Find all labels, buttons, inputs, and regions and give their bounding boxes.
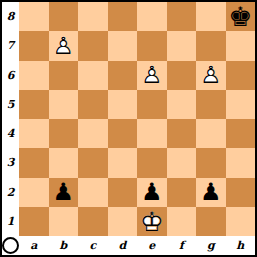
square-c4[interactable]	[78, 119, 108, 148]
black-pawn: ♟	[196, 178, 226, 207]
file-label-b: b	[49, 236, 79, 255]
rank-labels: 87654321	[2, 2, 19, 236]
square-e3[interactable]	[137, 148, 167, 177]
square-a2[interactable]	[19, 178, 49, 207]
square-f2[interactable]	[167, 178, 197, 207]
square-d8[interactable]	[108, 2, 138, 31]
rank-label-8: 8	[2, 2, 19, 31]
square-c7[interactable]	[78, 31, 108, 60]
white-pawn-fill: ♟	[137, 61, 167, 90]
square-h2[interactable]	[226, 178, 256, 207]
turn-indicator-cell	[2, 236, 19, 255]
square-f6[interactable]	[167, 61, 197, 90]
chess-board: ♚♟♙♟♙♟♙♟♟♟♚♔	[19, 2, 255, 236]
square-g5[interactable]	[196, 90, 226, 119]
file-label-a: a	[19, 236, 49, 255]
rank-label-1: 1	[2, 207, 19, 236]
file-label-d: d	[108, 236, 138, 255]
square-h1[interactable]	[226, 207, 256, 236]
file-label-e: e	[137, 236, 167, 255]
rank-label-4: 4	[2, 119, 19, 148]
file-label-h: h	[226, 236, 256, 255]
square-b4[interactable]	[49, 119, 79, 148]
square-d3[interactable]	[108, 148, 138, 177]
rank-label-3: 3	[2, 148, 19, 177]
square-f5[interactable]	[167, 90, 197, 119]
square-g1[interactable]	[196, 207, 226, 236]
square-b6[interactable]	[49, 61, 79, 90]
square-h4[interactable]	[226, 119, 256, 148]
white-king-fill: ♚	[137, 207, 167, 236]
square-d1[interactable]	[108, 207, 138, 236]
square-a7[interactable]	[19, 31, 49, 60]
file-label-f: f	[167, 236, 197, 255]
square-b5[interactable]	[49, 90, 79, 119]
square-g3[interactable]	[196, 148, 226, 177]
square-e4[interactable]	[137, 119, 167, 148]
square-g7[interactable]	[196, 31, 226, 60]
square-g2[interactable]: ♟	[196, 178, 226, 207]
square-d7[interactable]	[108, 31, 138, 60]
white-pawn: ♙	[196, 61, 226, 90]
white-pawn: ♙	[49, 31, 79, 60]
square-b8[interactable]	[49, 2, 79, 31]
square-d2[interactable]	[108, 178, 138, 207]
square-c5[interactable]	[78, 90, 108, 119]
white-pawn: ♙	[137, 61, 167, 90]
file-labels: abcdefgh	[19, 236, 255, 255]
square-e5[interactable]	[137, 90, 167, 119]
square-f7[interactable]	[167, 31, 197, 60]
file-label-c: c	[78, 236, 108, 255]
square-f8[interactable]	[167, 2, 197, 31]
square-h7[interactable]	[226, 31, 256, 60]
square-c3[interactable]	[78, 148, 108, 177]
square-a8[interactable]	[19, 2, 49, 31]
square-e6[interactable]: ♟♙	[137, 61, 167, 90]
square-d4[interactable]	[108, 119, 138, 148]
square-a5[interactable]	[19, 90, 49, 119]
square-g4[interactable]	[196, 119, 226, 148]
square-c8[interactable]	[78, 2, 108, 31]
square-h6[interactable]	[226, 61, 256, 90]
square-c1[interactable]	[78, 207, 108, 236]
square-a3[interactable]	[19, 148, 49, 177]
white-to-move-indicator-icon	[2, 237, 19, 254]
square-g6[interactable]: ♟♙	[196, 61, 226, 90]
file-label-g: g	[196, 236, 226, 255]
square-f1[interactable]	[167, 207, 197, 236]
square-b1[interactable]	[49, 207, 79, 236]
black-king: ♚	[226, 2, 256, 31]
square-a1[interactable]	[19, 207, 49, 236]
square-c6[interactable]	[78, 61, 108, 90]
square-h8[interactable]: ♚	[226, 2, 256, 31]
square-f4[interactable]	[167, 119, 197, 148]
square-e7[interactable]	[137, 31, 167, 60]
white-king: ♔	[137, 207, 167, 236]
square-h3[interactable]	[226, 148, 256, 177]
rank-label-5: 5	[2, 90, 19, 119]
square-c2[interactable]	[78, 178, 108, 207]
square-a6[interactable]	[19, 61, 49, 90]
square-e1[interactable]: ♚♔	[137, 207, 167, 236]
white-pawn-fill: ♟	[49, 31, 79, 60]
square-e8[interactable]	[137, 2, 167, 31]
black-pawn: ♟	[49, 178, 79, 207]
square-b3[interactable]	[49, 148, 79, 177]
black-pawn: ♟	[137, 178, 167, 207]
square-d6[interactable]	[108, 61, 138, 90]
square-e2[interactable]: ♟	[137, 178, 167, 207]
rank-label-2: 2	[2, 178, 19, 207]
square-b7[interactable]: ♟♙	[49, 31, 79, 60]
square-h5[interactable]	[226, 90, 256, 119]
square-d5[interactable]	[108, 90, 138, 119]
square-b2[interactable]: ♟	[49, 178, 79, 207]
square-f3[interactable]	[167, 148, 197, 177]
square-g8[interactable]	[196, 2, 226, 31]
rank-label-7: 7	[2, 31, 19, 60]
square-a4[interactable]	[19, 119, 49, 148]
chess-diagram: 87654321 ♚♟♙♟♙♟♙♟♟♟♚♔ abcdefgh	[0, 0, 257, 257]
white-pawn-fill: ♟	[196, 61, 226, 90]
rank-label-6: 6	[2, 61, 19, 90]
